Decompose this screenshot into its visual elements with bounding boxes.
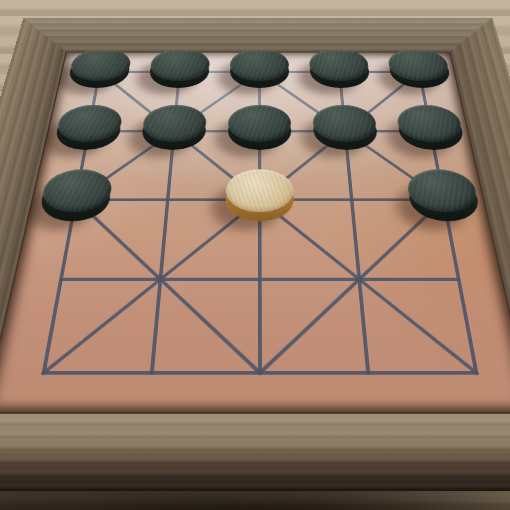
point-0-3[interactable]	[298, 45, 383, 101]
point-2-3[interactable]	[304, 164, 403, 238]
disc-top	[230, 49, 290, 81]
point-4-1[interactable]	[90, 324, 208, 426]
photo-scene	[0, 0, 510, 510]
board-points	[0, 45, 510, 426]
piece-hunter-2-4[interactable]	[405, 169, 484, 226]
point-4-0[interactable]	[0, 324, 105, 426]
point-4-3[interactable]	[312, 324, 430, 426]
piece-hunter-1-4[interactable]	[395, 105, 468, 154]
point-2-2[interactable]	[212, 164, 308, 238]
point-1-2[interactable]	[215, 100, 304, 164]
point-1-0[interactable]	[38, 100, 135, 164]
piece-hunter-0-1[interactable]	[147, 49, 210, 92]
point-3-2[interactable]	[208, 238, 312, 324]
frame-rail-top	[14, 18, 503, 52]
piece-hunter-2-0[interactable]	[36, 169, 115, 226]
point-3-3[interactable]	[308, 238, 416, 324]
point-1-3[interactable]	[301, 100, 393, 164]
game-board	[0, 18, 510, 492]
point-0-2[interactable]	[218, 45, 301, 101]
piece-hunter-0-4[interactable]	[386, 49, 453, 92]
point-0-0[interactable]	[53, 45, 143, 101]
point-3-1[interactable]	[105, 238, 212, 324]
point-2-1[interactable]	[116, 164, 215, 238]
frame-rail-bottom	[0, 414, 510, 491]
piece-hunter-1-0[interactable]	[52, 105, 124, 154]
piece-hunter-0-0[interactable]	[65, 49, 132, 92]
point-4-4[interactable]	[415, 324, 510, 426]
point-4-2[interactable]	[204, 324, 317, 426]
piece-hare[interactable]	[225, 169, 295, 226]
disc-top	[228, 105, 292, 142]
piece-hunter-1-3[interactable]	[312, 105, 380, 154]
piece-hunter-1-1[interactable]	[139, 105, 207, 154]
piece-hunter-0-3[interactable]	[308, 49, 371, 92]
point-0-1[interactable]	[136, 45, 221, 101]
point-3-4[interactable]	[403, 238, 510, 324]
piece-hunter-1-2[interactable]	[227, 105, 292, 154]
piece-hunter-0-2[interactable]	[229, 49, 290, 92]
leather-playing-surface	[0, 52, 510, 414]
point-1-1[interactable]	[127, 100, 219, 164]
